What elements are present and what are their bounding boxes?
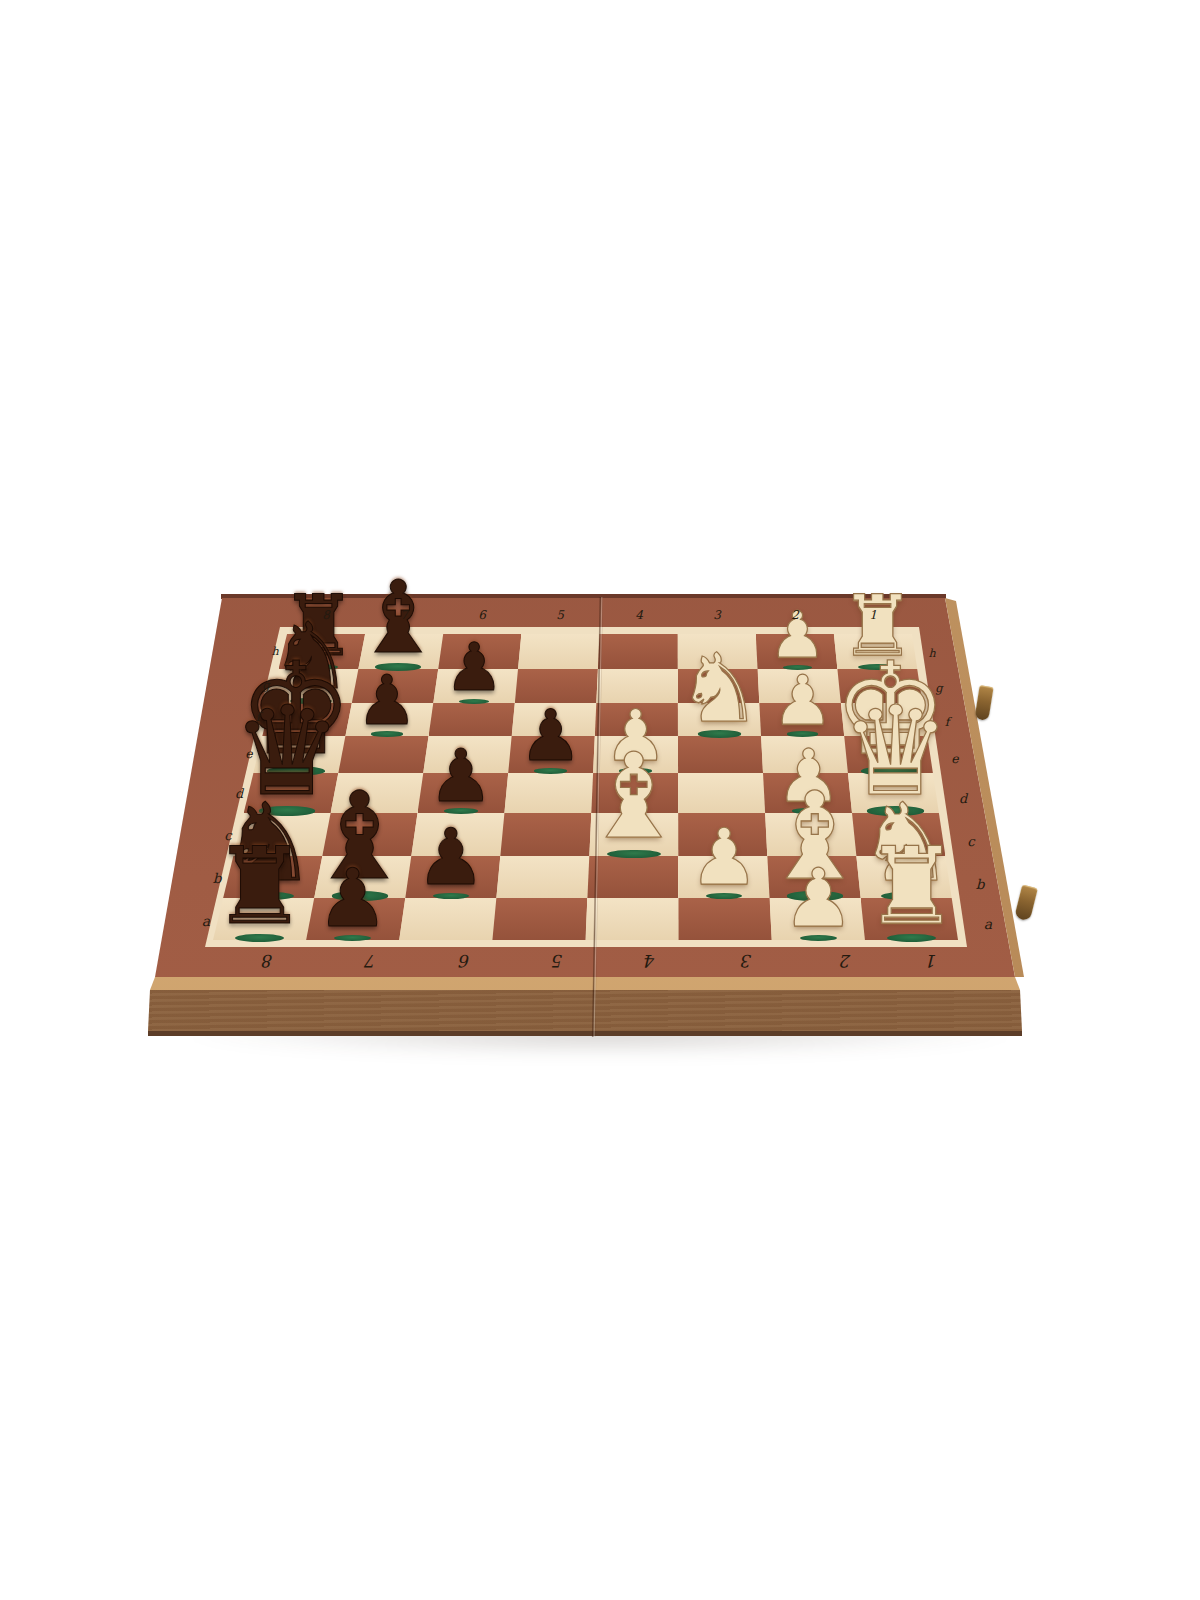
file-label-right-b: b xyxy=(976,876,985,892)
square-f6[interactable] xyxy=(429,703,515,736)
rank-label-front-7: 7 xyxy=(366,951,377,971)
square-b5[interactable] xyxy=(496,856,589,898)
file-label-left-b: b xyxy=(213,870,222,886)
square-d3[interactable] xyxy=(678,773,765,813)
rank-label-back-4: 4 xyxy=(635,608,643,622)
rank-label-front-1: 1 xyxy=(927,951,938,971)
white-bishop-c4[interactable]: ♝ xyxy=(581,741,686,853)
brass-clasp-icon xyxy=(1014,885,1038,922)
black-pawn-f7[interactable]: ♟ xyxy=(356,668,417,733)
white-rook-a1[interactable]: ♜ xyxy=(864,836,959,937)
white-pawn-b3[interactable]: ♟ xyxy=(689,821,759,895)
square-a4[interactable] xyxy=(586,898,679,940)
rank-label-back-2: 2 xyxy=(791,608,799,622)
rank-label-front-5: 5 xyxy=(553,951,564,971)
black-pawn-b6[interactable]: ♟ xyxy=(416,821,486,895)
black-rook-a8[interactable]: ♜ xyxy=(212,836,307,937)
square-a3[interactable] xyxy=(678,898,771,940)
file-label-left-a: a xyxy=(202,913,210,929)
square-a5[interactable] xyxy=(492,898,587,940)
rank-label-back-1: 1 xyxy=(869,608,877,622)
file-label-right-c: c xyxy=(967,834,974,849)
file-label-left-h: h xyxy=(271,645,278,658)
file-label-left-d: d xyxy=(235,786,243,801)
white-pawn-f2[interactable]: ♟ xyxy=(772,668,833,733)
rank-label-back-3: 3 xyxy=(713,608,721,622)
rank-label-front-6: 6 xyxy=(460,951,471,971)
rank-label-back-6: 6 xyxy=(478,608,486,622)
black-pawn-g6[interactable]: ♟ xyxy=(444,637,503,700)
file-label-left-e: e xyxy=(245,746,252,761)
square-a6[interactable] xyxy=(399,898,496,940)
black-pawn-a7[interactable]: ♟ xyxy=(317,860,389,937)
file-label-right-h: h xyxy=(928,647,935,660)
rank-label-back-7: 7 xyxy=(400,608,408,622)
file-label-left-c: c xyxy=(224,828,231,843)
rank-label-front-4: 4 xyxy=(645,951,656,971)
square-c5[interactable] xyxy=(500,813,591,856)
photo-stage: ♜♞♛♚♞♜♝♝♟♟♟♟♟♟♝♟♟♞♟♝♟♟♟♜♞♛♚♜ 87654321876… xyxy=(0,0,1200,1600)
white-knight-f3[interactable]: ♞ xyxy=(677,643,762,733)
file-label-right-e: e xyxy=(951,751,958,766)
black-pawn-e5[interactable]: ♟ xyxy=(519,703,582,770)
square-h4[interactable] xyxy=(598,634,678,669)
square-d5[interactable] xyxy=(504,773,593,813)
file-label-right-g: g xyxy=(935,681,942,695)
black-bishop-h7[interactable]: ♝ xyxy=(354,571,443,666)
file-label-left-g: g xyxy=(262,678,269,692)
brass-clasp-icon xyxy=(974,685,993,721)
rank-label-back-8: 8 xyxy=(322,608,330,622)
black-pawn-d6[interactable]: ♟ xyxy=(428,741,493,810)
file-label-left-f: f xyxy=(256,710,260,724)
rank-label-front-2: 2 xyxy=(841,951,852,971)
rank-label-front-3: 3 xyxy=(742,951,753,971)
file-label-right-f: f xyxy=(945,715,949,729)
rank-label-back-5: 5 xyxy=(556,608,564,622)
file-label-right-d: d xyxy=(959,791,967,806)
file-label-right-a: a xyxy=(984,916,992,932)
rank-label-front-8: 8 xyxy=(263,951,274,971)
square-h5[interactable] xyxy=(518,634,599,669)
white-pawn-a2[interactable]: ♟ xyxy=(782,860,854,937)
